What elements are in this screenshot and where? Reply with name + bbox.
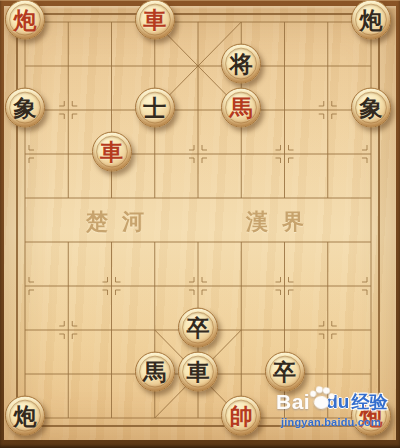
piece-glyph: 炮 xyxy=(360,8,383,31)
piece-red-cannon[interactable]: 炮 xyxy=(5,0,45,40)
piece-glyph: 車 xyxy=(143,8,166,31)
piece-black-horse[interactable]: 馬 xyxy=(135,352,175,392)
piece-red-chariot[interactable]: 車 xyxy=(135,0,175,40)
piece-red-general[interactable]: 帥 xyxy=(221,396,261,436)
piece-glyph: 馬 xyxy=(230,96,253,119)
piece-black-elephant[interactable]: 象 xyxy=(5,88,45,128)
baidu-watermark-url: jingyan.baidu.com xyxy=(276,416,400,428)
piece-glyph: 馬 xyxy=(143,360,166,383)
piece-glyph: 象 xyxy=(14,96,37,119)
piece-glyph: 将 xyxy=(230,52,253,75)
piece-glyph: 炮 xyxy=(14,404,37,427)
piece-black-elephant[interactable]: 象 xyxy=(351,88,391,128)
piece-black-soldier[interactable]: 卒 xyxy=(178,308,218,348)
piece-red-chariot[interactable]: 車 xyxy=(92,132,132,172)
piece-glyph: 車 xyxy=(100,140,123,163)
piece-layer: 炮車炮将象士馬象車卒馬車卒炮帥炮 xyxy=(0,0,400,448)
piece-black-advisor[interactable]: 士 xyxy=(135,88,175,128)
piece-black-cannon[interactable]: 炮 xyxy=(351,0,391,40)
piece-black-general[interactable]: 将 xyxy=(221,44,261,84)
piece-glyph: 炮 xyxy=(14,8,37,31)
baidu-logo-jingyan: 经验 xyxy=(351,390,387,414)
piece-glyph: 卒 xyxy=(273,360,296,383)
piece-glyph: 士 xyxy=(143,96,166,119)
piece-black-cannon[interactable]: 炮 xyxy=(5,396,45,436)
baidu-paw-icon xyxy=(305,381,339,415)
xiangqi-board: 楚河 漢界 炮車炮将象士馬象車卒馬車卒炮帥炮 Bai du 经验 jingyan… xyxy=(0,0,400,448)
baidu-watermark: Bai du 经验 jingyan.baidu.com xyxy=(276,389,400,428)
piece-glyph: 象 xyxy=(360,96,383,119)
piece-red-horse[interactable]: 馬 xyxy=(221,88,261,128)
piece-glyph: 卒 xyxy=(187,316,210,339)
baidu-logo: Bai du 经验 xyxy=(276,389,400,415)
piece-glyph: 車 xyxy=(187,360,210,383)
piece-black-chariot[interactable]: 車 xyxy=(178,352,218,392)
piece-glyph: 帥 xyxy=(230,404,253,427)
piece-black-soldier[interactable]: 卒 xyxy=(265,352,305,392)
